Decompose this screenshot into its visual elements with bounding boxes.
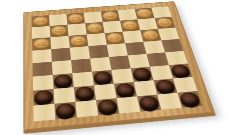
- dark-man[interactable]: ⛂: [54, 74, 73, 88]
- board-grid: ⛀⛀⛀⛀⛀⛀⛀⛀⛀⛀⛀⛀⛂⛂⛂⛂⛂⛂⛂⛂⛂⛂⛂⛂: [32, 6, 203, 121]
- light-man[interactable]: ⛀: [156, 17, 175, 28]
- square-8-1[interactable]: [33, 104, 55, 122]
- square-8-8[interactable]: ⛂: [177, 91, 202, 108]
- dark-man[interactable]: ⛂: [138, 95, 160, 110]
- light-man[interactable]: ⛀: [106, 32, 124, 44]
- light-man[interactable]: ⛀: [70, 35, 88, 47]
- square-8-4[interactable]: ⛂: [96, 98, 119, 115]
- dark-man[interactable]: ⛂: [170, 64, 191, 77]
- light-man[interactable]: ⛀: [67, 13, 84, 24]
- dark-man[interactable]: ⛂: [132, 67, 152, 81]
- dark-man[interactable]: ⛂: [97, 99, 118, 115]
- checkers-board-photo: ⛀⛀⛀⛀⛀⛀⛀⛀⛀⛀⛀⛀⛂⛂⛂⛂⛂⛂⛂⛂⛂⛂⛂⛂: [23, 1, 215, 130]
- light-man[interactable]: ⛀: [102, 11, 119, 22]
- square-8-2[interactable]: ⛂: [54, 102, 76, 120]
- light-man[interactable]: ⛀: [141, 30, 160, 42]
- light-man[interactable]: ⛀: [136, 8, 154, 18]
- light-man[interactable]: ⛀: [86, 23, 103, 34]
- light-man[interactable]: ⛀: [51, 25, 68, 36]
- dark-man[interactable]: ⛂: [115, 83, 136, 98]
- square-8-3[interactable]: [75, 100, 98, 117]
- light-man[interactable]: ⛀: [33, 16, 49, 27]
- dark-man[interactable]: ⛂: [155, 79, 176, 93]
- light-man[interactable]: ⛀: [33, 38, 50, 50]
- dark-man[interactable]: ⛂: [75, 86, 95, 101]
- dark-man[interactable]: ⛂: [34, 90, 53, 105]
- dark-man[interactable]: ⛂: [56, 103, 76, 119]
- dark-man[interactable]: ⛂: [93, 71, 113, 85]
- dark-man[interactable]: ⛂: [179, 92, 202, 107]
- light-man[interactable]: ⛀: [121, 20, 139, 31]
- board-frame: ⛀⛀⛀⛀⛀⛀⛀⛀⛀⛀⛀⛀⛂⛂⛂⛂⛂⛂⛂⛂⛂⛂⛂⛂: [23, 1, 215, 130]
